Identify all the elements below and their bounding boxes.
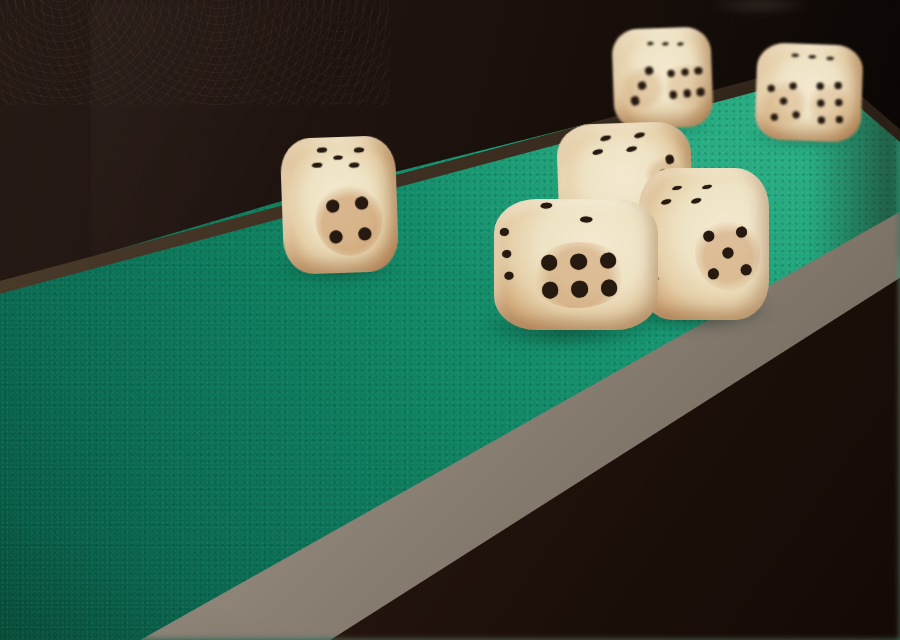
- pip: [740, 264, 752, 276]
- pip: [818, 117, 825, 124]
- pip: [735, 226, 747, 238]
- dice-tray-photo: [0, 0, 900, 640]
- pip: [539, 202, 554, 209]
- pip: [681, 68, 689, 76]
- pip: [647, 41, 655, 44]
- die-back-left-face-3h: [638, 36, 692, 50]
- pip: [701, 184, 714, 189]
- pip: [326, 198, 341, 213]
- pip: [671, 185, 684, 190]
- pip: [768, 84, 776, 92]
- pip: [836, 116, 843, 123]
- die-right: [639, 168, 769, 320]
- pip: [504, 271, 514, 280]
- pip: [826, 56, 835, 60]
- pip: [835, 82, 842, 89]
- die-center-front-face-2diag: [511, 196, 621, 228]
- pip: [591, 149, 604, 155]
- die-back-left-face-6h: [661, 54, 712, 110]
- pip: [542, 282, 559, 299]
- pip: [600, 252, 617, 269]
- die-back-right: [754, 42, 863, 143]
- pip: [500, 228, 510, 237]
- die-left-face-5: [296, 142, 380, 173]
- pip: [684, 90, 692, 98]
- pip: [665, 154, 675, 164]
- pip: [793, 111, 801, 119]
- pip: [690, 198, 703, 203]
- pip: [697, 88, 705, 96]
- pip: [358, 226, 373, 241]
- pip: [721, 247, 733, 259]
- pip: [601, 280, 618, 297]
- pip: [707, 268, 719, 280]
- pip: [353, 147, 364, 152]
- pip: [791, 53, 800, 57]
- die-back-left-face-3diag: [616, 54, 668, 117]
- die-back-left: [611, 26, 713, 129]
- pip: [660, 199, 673, 204]
- pip: [780, 97, 788, 105]
- pip: [329, 229, 344, 244]
- die-left-face-4: [312, 181, 386, 258]
- pip: [817, 83, 824, 90]
- die-right-face-5: [691, 211, 765, 294]
- pip: [316, 147, 327, 152]
- pip: [661, 41, 669, 44]
- pip: [703, 230, 715, 242]
- pip: [579, 215, 594, 222]
- pip: [637, 81, 647, 91]
- pip: [668, 69, 676, 77]
- die-center-front-face-6h: [529, 241, 630, 310]
- pip: [332, 155, 343, 160]
- die-center-front-face-3v: [493, 219, 521, 289]
- pip: [311, 163, 322, 168]
- pip: [599, 136, 612, 142]
- die-back-right-face-3h: [781, 49, 844, 65]
- pip: [835, 99, 842, 106]
- pip: [676, 41, 684, 44]
- pip: [633, 133, 646, 139]
- pip: [348, 163, 359, 168]
- pip: [771, 113, 779, 121]
- die-back-right-face-5: [759, 70, 809, 133]
- pip: [790, 82, 798, 90]
- pip: [644, 66, 654, 76]
- pip: [502, 249, 512, 258]
- die-center-front: [494, 199, 658, 330]
- die-left: [280, 135, 400, 275]
- pip: [571, 281, 588, 298]
- pip: [630, 96, 640, 106]
- pip: [355, 195, 370, 210]
- pip: [808, 55, 817, 59]
- pip: [817, 100, 824, 107]
- pip: [695, 66, 703, 74]
- pip: [670, 91, 678, 99]
- die-right-face-4: [641, 177, 733, 211]
- die-back-right-face-6v: [807, 74, 853, 132]
- pip: [570, 253, 587, 270]
- pip: [541, 254, 558, 271]
- pip: [625, 146, 638, 152]
